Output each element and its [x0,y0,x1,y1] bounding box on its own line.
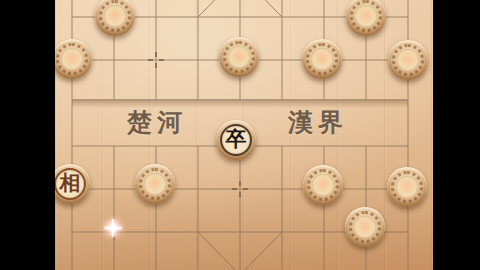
sparkle-effect [99,214,127,242]
piece-face [397,49,419,71]
piece-face [311,48,333,70]
piece-face [144,173,166,195]
piece-face-down[interactable] [135,164,175,204]
piece-face [228,46,250,68]
piece-face [312,174,334,196]
piece-face-down[interactable] [387,167,427,207]
piece-face: 卒 [220,124,252,156]
river-label-chu-he: 楚河 [127,106,187,139]
letterbox-left [0,0,55,270]
piece-face-down[interactable] [52,39,92,79]
piece-red-elephant[interactable]: 相 [50,164,90,204]
piece-black-soldier[interactable]: 卒 [216,120,256,160]
piece-glyph: 卒 [226,129,247,150]
piece-face-down[interactable] [302,39,342,79]
piece-face [104,5,126,27]
piece-face-down[interactable] [388,40,428,80]
piece-face [354,216,376,238]
piece-glyph: 相 [60,173,81,194]
piece-face-down[interactable] [345,207,385,247]
piece-face: 相 [54,168,86,200]
xiangqi-app-screen: 楚河 漢界 卒相 [0,0,480,270]
piece-face [396,176,418,198]
letterbox-right [433,0,480,270]
piece-face-down[interactable] [219,37,259,77]
river-bank-shadow [72,101,408,108]
piece-face [61,48,83,70]
piece-face-down[interactable] [303,165,343,205]
river-label-han-jie: 漢界 [288,106,348,139]
piece-face [355,5,377,27]
